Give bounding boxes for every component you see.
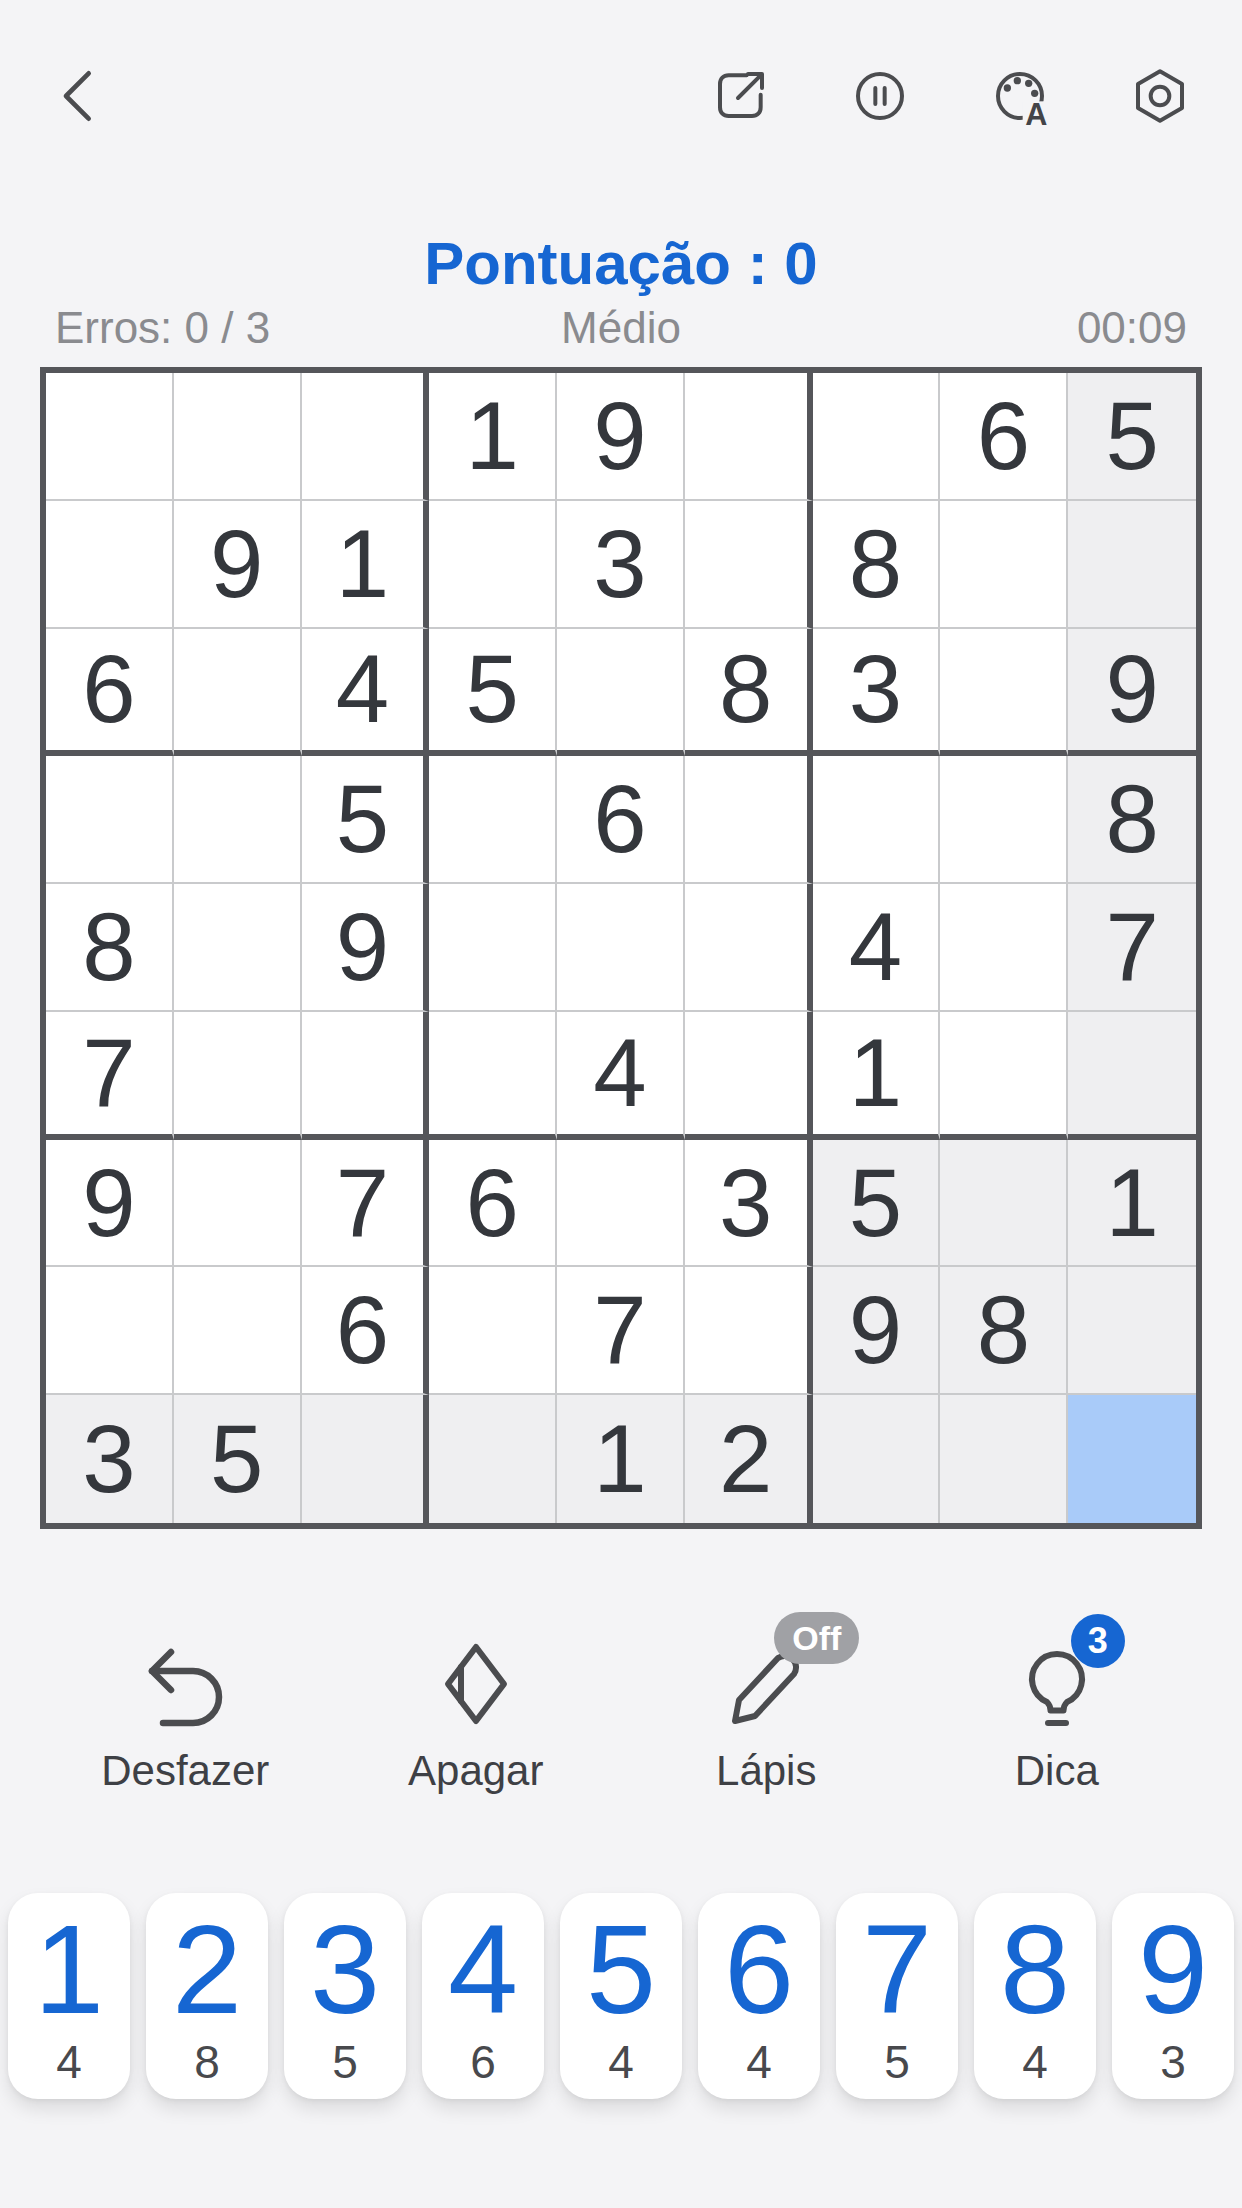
sudoku-cell-r8c7[interactable]: 9 — [813, 1267, 941, 1395]
sudoku-cell-r1c4[interactable]: 1 — [429, 373, 557, 501]
numpad-remaining-count: 4 — [56, 2039, 82, 2085]
status-row: Erros: 0 / 3 Médio 00:09 — [55, 306, 1187, 350]
sudoku-cell-r4c9[interactable]: 8 — [1068, 756, 1196, 884]
sudoku-cell-r2c6[interactable] — [685, 501, 813, 629]
sudoku-cell-r2c1[interactable] — [46, 501, 174, 629]
sudoku-cell-r4c2[interactable] — [174, 756, 302, 884]
numpad-digit: 5 — [586, 1907, 656, 2033]
sudoku-cell-r1c3[interactable] — [302, 373, 430, 501]
hint-button[interactable]: 3 Dica — [912, 1638, 1203, 1792]
eraser-icon — [428, 1638, 524, 1734]
numpad-button-6[interactable]: 64 — [698, 1893, 820, 2099]
numpad-remaining-count: 8 — [194, 2039, 220, 2085]
sudoku-cell-r1c7[interactable] — [813, 373, 941, 501]
sudoku-cell-r7c7[interactable]: 5 — [813, 1140, 941, 1268]
sudoku-cell-r2c9[interactable] — [1068, 501, 1196, 629]
sudoku-cell-r7c4[interactable]: 6 — [429, 1140, 557, 1268]
sudoku-cell-r4c7[interactable] — [813, 756, 941, 884]
numpad-remaining-count: 5 — [332, 2039, 358, 2085]
sudoku-cell-r8c3[interactable]: 6 — [302, 1267, 430, 1395]
sudoku-cell-r3c7[interactable]: 3 — [813, 629, 941, 757]
sudoku-cell-r7c2[interactable] — [174, 1140, 302, 1268]
sudoku-cell-r5c4[interactable] — [429, 884, 557, 1012]
sudoku-cell-r6c2[interactable] — [174, 1012, 302, 1140]
numpad-digit: 1 — [34, 1907, 104, 2033]
sudoku-cell-r3c3[interactable]: 4 — [302, 629, 430, 757]
hint-count-badge: 3 — [1071, 1614, 1125, 1668]
pause-button[interactable] — [848, 64, 912, 128]
sudoku-cell-r7c3[interactable]: 7 — [302, 1140, 430, 1268]
sudoku-cell-r3c2[interactable] — [174, 629, 302, 757]
back-button[interactable] — [50, 64, 114, 128]
undo-button[interactable]: Desfazer — [40, 1638, 331, 1792]
sudoku-cell-r3c9[interactable]: 9 — [1068, 629, 1196, 757]
hint-label: Dica — [1015, 1750, 1099, 1792]
sudoku-cell-r1c5[interactable]: 9 — [557, 373, 685, 501]
pause-icon — [848, 64, 912, 128]
sudoku-cell-r9c8[interactable] — [940, 1395, 1068, 1523]
numpad-digit: 6 — [724, 1907, 794, 2033]
svg-text:A: A — [1025, 97, 1047, 128]
settings-button[interactable] — [1128, 64, 1192, 128]
sudoku-cell-r5c3[interactable]: 9 — [302, 884, 430, 1012]
sudoku-cell-r6c5[interactable]: 4 — [557, 1012, 685, 1140]
sudoku-cell-r8c8[interactable]: 8 — [940, 1267, 1068, 1395]
score-label: Pontuação : 0 — [0, 234, 1242, 294]
sudoku-cell-r6c8[interactable] — [940, 1012, 1068, 1140]
numpad-button-1[interactable]: 14 — [8, 1893, 130, 2099]
undo-label: Desfazer — [101, 1750, 269, 1792]
numpad-remaining-count: 3 — [1160, 2039, 1186, 2085]
sudoku-cell-r5c9[interactable]: 7 — [1068, 884, 1196, 1012]
sudoku-cell-r4c3[interactable]: 5 — [302, 756, 430, 884]
sudoku-cell-r2c8[interactable] — [940, 501, 1068, 629]
sudoku-cell-r3c6[interactable]: 8 — [685, 629, 813, 757]
sudoku-cell-r4c8[interactable] — [940, 756, 1068, 884]
erase-button[interactable]: Apagar — [331, 1638, 622, 1792]
pencil-icon: Off — [718, 1638, 814, 1734]
sudoku-cell-r5c2[interactable] — [174, 884, 302, 1012]
sudoku-cell-r6c7[interactable]: 1 — [813, 1012, 941, 1140]
sudoku-cell-r4c4[interactable] — [429, 756, 557, 884]
theme-button[interactable]: A — [988, 64, 1052, 128]
timer-label: 00:09 — [857, 306, 1187, 350]
numpad-button-9[interactable]: 93 — [1112, 1893, 1234, 2099]
sudoku-cell-r5c8[interactable] — [940, 884, 1068, 1012]
numpad-digit: 3 — [310, 1907, 380, 2033]
sudoku-cell-r6c6[interactable] — [685, 1012, 813, 1140]
sudoku-board: 19659138645839568894774197635167983512 — [40, 367, 1202, 1529]
sudoku-cell-r3c8[interactable] — [940, 629, 1068, 757]
numpad-button-7[interactable]: 75 — [836, 1893, 958, 2099]
sudoku-cell-r2c7[interactable]: 8 — [813, 501, 941, 629]
sudoku-cell-r9c6[interactable]: 2 — [685, 1395, 813, 1523]
share-icon — [708, 64, 772, 128]
palette-icon: A — [988, 64, 1052, 128]
sudoku-cell-r7c1[interactable]: 9 — [46, 1140, 174, 1268]
numpad-button-2[interactable]: 28 — [146, 1893, 268, 2099]
numpad-digit: 8 — [1000, 1907, 1070, 2033]
numpad-remaining-count: 4 — [746, 2039, 772, 2085]
sudoku-cell-r3c1[interactable]: 6 — [46, 629, 174, 757]
sudoku-cell-r9c9[interactable] — [1068, 1395, 1196, 1523]
numpad-digit: 9 — [1138, 1907, 1208, 2033]
sudoku-cell-r7c6[interactable]: 3 — [685, 1140, 813, 1268]
sudoku-cell-r1c6[interactable] — [685, 373, 813, 501]
sudoku-cell-r5c5[interactable] — [557, 884, 685, 1012]
numpad-remaining-count: 4 — [608, 2039, 634, 2085]
sudoku-cell-r5c7[interactable]: 4 — [813, 884, 941, 1012]
pencil-mode-badge: Off — [774, 1612, 859, 1664]
numpad-digit: 4 — [448, 1907, 518, 2033]
errors-label: Erros: 0 / 3 — [55, 306, 385, 350]
sudoku-cell-r9c3[interactable] — [302, 1395, 430, 1523]
numpad-button-4[interactable]: 46 — [422, 1893, 544, 2099]
sudoku-cell-r4c1[interactable] — [46, 756, 174, 884]
numpad-button-3[interactable]: 35 — [284, 1893, 406, 2099]
numpad-button-8[interactable]: 84 — [974, 1893, 1096, 2099]
share-button[interactable] — [708, 64, 772, 128]
sudoku-cell-r9c2[interactable]: 5 — [174, 1395, 302, 1523]
settings-nut-icon — [1128, 64, 1192, 128]
sudoku-cell-r1c8[interactable]: 6 — [940, 373, 1068, 501]
pencil-label: Lápis — [716, 1750, 816, 1792]
sudoku-cell-r4c6[interactable] — [685, 756, 813, 884]
sudoku-cell-r9c4[interactable] — [429, 1395, 557, 1523]
sudoku-cell-r6c3[interactable] — [302, 1012, 430, 1140]
numpad-remaining-count: 6 — [470, 2039, 496, 2085]
sudoku-cell-r6c1[interactable]: 7 — [46, 1012, 174, 1140]
chevron-left-icon — [50, 64, 114, 128]
sudoku-cell-r2c3[interactable]: 1 — [302, 501, 430, 629]
sudoku-cell-r8c2[interactable] — [174, 1267, 302, 1395]
sudoku-cell-r3c4[interactable]: 5 — [429, 629, 557, 757]
sudoku-cell-r9c5[interactable]: 1 — [557, 1395, 685, 1523]
numpad-remaining-count: 4 — [1022, 2039, 1048, 2085]
sudoku-cell-r1c2[interactable] — [174, 373, 302, 501]
sudoku-cell-r2c2[interactable]: 9 — [174, 501, 302, 629]
numpad-digit: 7 — [862, 1907, 932, 2033]
sudoku-cell-r2c4[interactable] — [429, 501, 557, 629]
top-bar: A — [50, 60, 1192, 132]
undo-icon — [137, 1638, 233, 1734]
sudoku-cell-r7c9[interactable]: 1 — [1068, 1140, 1196, 1268]
sudoku-cell-r8c1[interactable] — [46, 1267, 174, 1395]
lightbulb-icon: 3 — [1009, 1638, 1105, 1734]
toolbar: Desfazer Apagar Off Lápis — [40, 1638, 1202, 1792]
difficulty-label: Médio — [385, 306, 857, 350]
sudoku-cell-r9c1[interactable]: 3 — [46, 1395, 174, 1523]
sudoku-cell-r8c5[interactable]: 7 — [557, 1267, 685, 1395]
sudoku-cell-r5c6[interactable] — [685, 884, 813, 1012]
sudoku-cell-r8c6[interactable] — [685, 1267, 813, 1395]
sudoku-cell-r2c5[interactable]: 3 — [557, 501, 685, 629]
sudoku-cell-r5c1[interactable]: 8 — [46, 884, 174, 1012]
numpad-remaining-count: 5 — [884, 2039, 910, 2085]
sudoku-cell-r9c7[interactable] — [813, 1395, 941, 1523]
sudoku-cell-r8c4[interactable] — [429, 1267, 557, 1395]
sudoku-cell-r6c4[interactable] — [429, 1012, 557, 1140]
numpad-digit: 2 — [172, 1907, 242, 2033]
sudoku-cell-r7c8[interactable] — [940, 1140, 1068, 1268]
erase-label: Apagar — [408, 1750, 543, 1792]
sudoku-cell-r1c1[interactable] — [46, 373, 174, 501]
sudoku-cell-r1c9[interactable]: 5 — [1068, 373, 1196, 501]
number-pad: 142835465464758493 — [8, 1893, 1234, 2099]
sudoku-cell-r3c5[interactable] — [557, 629, 685, 757]
pencil-button[interactable]: Off Lápis — [621, 1638, 912, 1792]
sudoku-cell-r4c5[interactable]: 6 — [557, 756, 685, 884]
sudoku-cell-r7c5[interactable] — [557, 1140, 685, 1268]
sudoku-cell-r6c9[interactable] — [1068, 1012, 1196, 1140]
numpad-button-5[interactable]: 54 — [560, 1893, 682, 2099]
sudoku-cell-r8c9[interactable] — [1068, 1267, 1196, 1395]
